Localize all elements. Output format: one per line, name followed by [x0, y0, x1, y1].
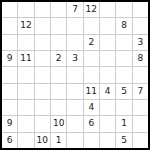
empty-cell-r5c5[interactable] [67, 67, 82, 82]
empty-cell-r3c4[interactable] [51, 35, 66, 50]
empty-cell-r2c3[interactable] [35, 18, 50, 33]
clue-cell-r1c5: 7 [67, 2, 82, 17]
clue-cell-r4c1: 9 [2, 51, 17, 66]
empty-cell-r8c5[interactable] [67, 116, 82, 131]
empty-cell-r5c2[interactable] [18, 67, 33, 82]
clue-cell-r8c4: 10 [51, 116, 66, 131]
empty-cell-r9c9[interactable] [133, 133, 148, 148]
empty-cell-r5c8[interactable] [116, 67, 131, 82]
empty-cell-r2c5[interactable] [67, 18, 82, 33]
empty-cell-r9c2[interactable] [18, 133, 33, 148]
empty-cell-r5c3[interactable] [35, 67, 50, 82]
empty-cell-r6c3[interactable] [35, 84, 50, 99]
empty-cell-r1c4[interactable] [51, 2, 66, 17]
empty-cell-r9c6[interactable] [84, 133, 99, 148]
clue-cell-r9c3: 10 [35, 133, 50, 148]
empty-cell-r1c2[interactable] [18, 2, 33, 17]
empty-cell-r2c9[interactable] [133, 18, 148, 33]
puzzle-board: 712128239112381145749106161015 [0, 0, 150, 150]
empty-cell-r8c7[interactable] [100, 116, 115, 131]
empty-cell-r3c8[interactable] [116, 35, 131, 50]
empty-cell-r3c7[interactable] [100, 35, 115, 50]
clue-cell-r9c8: 5 [116, 133, 131, 148]
empty-cell-r9c5[interactable] [67, 133, 82, 148]
empty-cell-r4c7[interactable] [100, 51, 115, 66]
empty-cell-r7c5[interactable] [67, 100, 82, 115]
empty-cell-r3c1[interactable] [2, 35, 17, 50]
empty-cell-r1c9[interactable] [133, 2, 148, 17]
clue-cell-r1c6: 12 [84, 2, 99, 17]
clue-cell-r6c7: 4 [100, 84, 115, 99]
empty-cell-r2c7[interactable] [100, 18, 115, 33]
empty-cell-r4c8[interactable] [116, 51, 131, 66]
clue-cell-r8c8: 1 [116, 116, 131, 131]
empty-cell-r8c9[interactable] [133, 116, 148, 131]
clue-cell-r8c1: 9 [2, 116, 17, 131]
empty-cell-r6c5[interactable] [67, 84, 82, 99]
empty-cell-r7c2[interactable] [18, 100, 33, 115]
clue-cell-r4c9: 8 [133, 51, 148, 66]
empty-cell-r5c1[interactable] [2, 67, 17, 82]
empty-cell-r1c8[interactable] [116, 2, 131, 17]
empty-cell-r6c4[interactable] [51, 84, 66, 99]
empty-cell-r7c7[interactable] [100, 100, 115, 115]
empty-cell-r7c4[interactable] [51, 100, 66, 115]
clue-cell-r9c1: 6 [2, 133, 17, 148]
clue-cell-r4c4: 2 [51, 51, 66, 66]
empty-cell-r2c6[interactable] [84, 18, 99, 33]
empty-cell-r5c6[interactable] [84, 67, 99, 82]
empty-cell-r8c2[interactable] [18, 116, 33, 131]
clue-cell-r6c8: 5 [116, 84, 131, 99]
empty-cell-r6c1[interactable] [2, 84, 17, 99]
clue-cell-r4c5: 3 [67, 51, 82, 66]
clue-cell-r6c6: 11 [84, 84, 99, 99]
empty-cell-r7c3[interactable] [35, 100, 50, 115]
empty-cell-r7c8[interactable] [116, 100, 131, 115]
empty-cell-r6c2[interactable] [18, 84, 33, 99]
empty-cell-r1c7[interactable] [100, 2, 115, 17]
empty-cell-r3c5[interactable] [67, 35, 82, 50]
empty-cell-r7c1[interactable] [2, 100, 17, 115]
empty-cell-r2c1[interactable] [2, 18, 17, 33]
clue-cell-r2c2: 12 [18, 18, 33, 33]
empty-cell-r1c1[interactable] [2, 2, 17, 17]
empty-cell-r7c9[interactable] [133, 100, 148, 115]
clue-cell-r9c4: 1 [51, 133, 66, 148]
empty-cell-r5c9[interactable] [133, 67, 148, 82]
empty-cell-r1c3[interactable] [35, 2, 50, 17]
empty-cell-r5c7[interactable] [100, 67, 115, 82]
empty-cell-r4c3[interactable] [35, 51, 50, 66]
clue-cell-r7c6: 4 [84, 100, 99, 115]
empty-cell-r5c4[interactable] [51, 67, 66, 82]
clue-cell-r8c6: 6 [84, 116, 99, 131]
empty-cell-r2c4[interactable] [51, 18, 66, 33]
empty-cell-r4c6[interactable] [84, 51, 99, 66]
clue-cell-r6c9: 7 [133, 84, 148, 99]
empty-cell-r3c2[interactable] [18, 35, 33, 50]
clue-cell-r3c6: 2 [84, 35, 99, 50]
clue-cell-r2c8: 8 [116, 18, 131, 33]
empty-cell-r9c7[interactable] [100, 133, 115, 148]
empty-cell-r3c3[interactable] [35, 35, 50, 50]
clue-cell-r3c9: 3 [133, 35, 148, 50]
clue-cell-r4c2: 11 [18, 51, 33, 66]
empty-cell-r8c3[interactable] [35, 116, 50, 131]
